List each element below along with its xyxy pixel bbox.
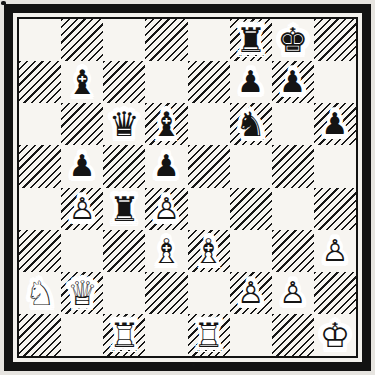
- square-h3[interactable]: ♟♙: [314, 230, 356, 272]
- square-f1[interactable]: [230, 314, 272, 356]
- white-knight-glyph: ♘: [25, 276, 55, 310]
- square-b4[interactable]: ♟♙: [61, 188, 103, 230]
- black-pawn-glyph: ♟: [237, 67, 264, 97]
- piece-black-bishop[interactable]: ♝♝: [145, 103, 187, 145]
- piece-black-rook[interactable]: ♜♜: [230, 19, 272, 61]
- square-d7[interactable]: [145, 61, 187, 103]
- square-g3[interactable]: [272, 230, 314, 272]
- chess-board: ♜♜♚♚♝♝♟♟♟♟♛♛♝♝♞♞♟♟♟♟♟♟♟♙♜♜♟♙♝♗♝♗♟♙♞♘♛♕♟♙…: [19, 19, 356, 356]
- black-rook-glyph: ♜: [235, 23, 265, 57]
- square-d4[interactable]: ♟♙: [145, 188, 187, 230]
- square-c6[interactable]: ♛♛: [103, 103, 145, 145]
- white-pawn-glyph: ♙: [279, 278, 306, 308]
- square-g6[interactable]: [272, 103, 314, 145]
- white-rook-glyph: ♖: [109, 318, 139, 352]
- square-f4[interactable]: [230, 188, 272, 230]
- white-queen-glyph: ♕: [67, 276, 97, 310]
- square-a3[interactable]: [19, 230, 61, 272]
- black-pawn-glyph: ♟: [153, 151, 180, 181]
- black-bishop-glyph: ♝: [151, 107, 181, 141]
- piece-black-pawn[interactable]: ♟♟: [272, 61, 314, 103]
- square-e5[interactable]: [188, 145, 230, 187]
- square-a6[interactable]: [19, 103, 61, 145]
- square-d5[interactable]: ♟♟: [145, 145, 187, 187]
- black-pawn-glyph: ♟: [69, 151, 96, 181]
- square-f7[interactable]: ♟♟: [230, 61, 272, 103]
- square-f5[interactable]: [230, 145, 272, 187]
- piece-black-pawn[interactable]: ♟♟: [314, 103, 356, 145]
- black-knight-glyph: ♞: [235, 107, 265, 141]
- piece-white-rook[interactable]: ♜♖: [188, 314, 230, 356]
- square-d8[interactable]: [145, 19, 187, 61]
- piece-white-bishop[interactable]: ♝♗: [188, 230, 230, 272]
- square-h1[interactable]: ♚♔: [314, 314, 356, 356]
- square-f6[interactable]: ♞♞: [230, 103, 272, 145]
- square-b5[interactable]: ♟♟: [61, 145, 103, 187]
- square-e7[interactable]: [188, 61, 230, 103]
- square-g7[interactable]: ♟♟: [272, 61, 314, 103]
- square-f3[interactable]: [230, 230, 272, 272]
- square-h4[interactable]: [314, 188, 356, 230]
- black-queen-glyph: ♛: [109, 107, 139, 141]
- square-g5[interactable]: [272, 145, 314, 187]
- square-a7[interactable]: [19, 61, 61, 103]
- square-e6[interactable]: [188, 103, 230, 145]
- square-c7[interactable]: [103, 61, 145, 103]
- square-a5[interactable]: [19, 145, 61, 187]
- white-pawn-glyph: ♙: [153, 194, 180, 224]
- piece-white-pawn[interactable]: ♟♙: [230, 272, 272, 314]
- square-b7[interactable]: ♝♝: [61, 61, 103, 103]
- white-bishop-glyph: ♗: [193, 234, 223, 268]
- piece-black-pawn[interactable]: ♟♟: [61, 145, 103, 187]
- piece-white-pawn[interactable]: ♟♙: [61, 188, 103, 230]
- square-g1[interactable]: [272, 314, 314, 356]
- piece-black-king[interactable]: ♚♚: [272, 19, 314, 61]
- piece-white-knight[interactable]: ♞♘: [19, 272, 61, 314]
- square-a1[interactable]: [19, 314, 61, 356]
- piece-black-queen[interactable]: ♛♛: [103, 103, 145, 145]
- white-pawn-glyph: ♙: [321, 236, 348, 266]
- black-king-glyph: ♚: [278, 23, 308, 57]
- piece-black-knight[interactable]: ♞♞: [230, 103, 272, 145]
- square-h6[interactable]: ♟♟: [314, 103, 356, 145]
- piece-white-pawn[interactable]: ♟♙: [272, 272, 314, 314]
- square-a8[interactable]: [19, 19, 61, 61]
- square-h7[interactable]: [314, 61, 356, 103]
- square-e8[interactable]: [188, 19, 230, 61]
- white-pawn-glyph: ♙: [69, 194, 96, 224]
- piece-white-bishop[interactable]: ♝♗: [145, 230, 187, 272]
- piece-black-bishop[interactable]: ♝♝: [61, 61, 103, 103]
- piece-white-pawn[interactable]: ♟♙: [145, 188, 187, 230]
- square-c4[interactable]: ♜♜: [103, 188, 145, 230]
- board-inner-border: ♜♜♚♚♝♝♟♟♟♟♛♛♝♝♞♞♟♟♟♟♟♟♟♙♜♜♟♙♝♗♝♗♟♙♞♘♛♕♟♙…: [17, 17, 358, 358]
- print-speck: [192, 364, 195, 366]
- square-b3[interactable]: [61, 230, 103, 272]
- white-pawn-glyph: ♙: [237, 278, 264, 308]
- piece-black-pawn[interactable]: ♟♟: [230, 61, 272, 103]
- square-b6[interactable]: [61, 103, 103, 145]
- square-a2[interactable]: ♞♘: [19, 272, 61, 314]
- black-pawn-glyph: ♟: [279, 67, 306, 97]
- square-c2[interactable]: [103, 272, 145, 314]
- black-rook-glyph: ♜: [109, 192, 139, 226]
- square-c3[interactable]: [103, 230, 145, 272]
- white-rook-glyph: ♖: [193, 318, 223, 352]
- square-c5[interactable]: [103, 145, 145, 187]
- black-pawn-glyph: ♟: [321, 109, 348, 139]
- chess-diagram: ♜♜♚♚♝♝♟♟♟♟♛♛♝♝♞♞♟♟♟♟♟♟♟♙♜♜♟♙♝♗♝♗♟♙♞♘♛♕♟♙…: [0, 0, 375, 375]
- print-speck: [1, 1, 6, 5]
- square-b2[interactable]: ♛♕: [61, 272, 103, 314]
- board-frame: ♜♜♚♚♝♝♟♟♟♟♛♛♝♝♞♞♟♟♟♟♟♟♟♙♜♜♟♙♝♗♝♗♟♙♞♘♛♕♟♙…: [4, 4, 371, 371]
- square-c1[interactable]: ♜♖: [103, 314, 145, 356]
- square-b1[interactable]: [61, 314, 103, 356]
- square-e1[interactable]: ♜♖: [188, 314, 230, 356]
- square-c8[interactable]: [103, 19, 145, 61]
- piece-black-rook[interactable]: ♜♜: [103, 188, 145, 230]
- square-g8[interactable]: ♚♚: [272, 19, 314, 61]
- black-bishop-glyph: ♝: [67, 65, 97, 99]
- square-e2[interactable]: [188, 272, 230, 314]
- square-g4[interactable]: [272, 188, 314, 230]
- piece-white-king[interactable]: ♚♔: [314, 314, 356, 356]
- square-h5[interactable]: [314, 145, 356, 187]
- piece-white-pawn[interactable]: ♟♙: [314, 230, 356, 272]
- square-h8[interactable]: [314, 19, 356, 61]
- square-h2[interactable]: [314, 272, 356, 314]
- piece-white-queen[interactable]: ♛♕: [61, 272, 103, 314]
- piece-white-rook[interactable]: ♜♖: [103, 314, 145, 356]
- square-a4[interactable]: [19, 188, 61, 230]
- square-e3[interactable]: ♝♗: [188, 230, 230, 272]
- square-d2[interactable]: [145, 272, 187, 314]
- piece-black-pawn[interactable]: ♟♟: [145, 145, 187, 187]
- square-g2[interactable]: ♟♙: [272, 272, 314, 314]
- square-d3[interactable]: ♝♗: [145, 230, 187, 272]
- square-d6[interactable]: ♝♝: [145, 103, 187, 145]
- square-b8[interactable]: [61, 19, 103, 61]
- square-f2[interactable]: ♟♙: [230, 272, 272, 314]
- print-speck: [299, 369, 302, 371]
- square-d1[interactable]: [145, 314, 187, 356]
- white-bishop-glyph: ♗: [151, 234, 181, 268]
- white-king-glyph: ♔: [320, 318, 350, 352]
- square-e4[interactable]: [188, 188, 230, 230]
- square-f8[interactable]: ♜♜: [230, 19, 272, 61]
